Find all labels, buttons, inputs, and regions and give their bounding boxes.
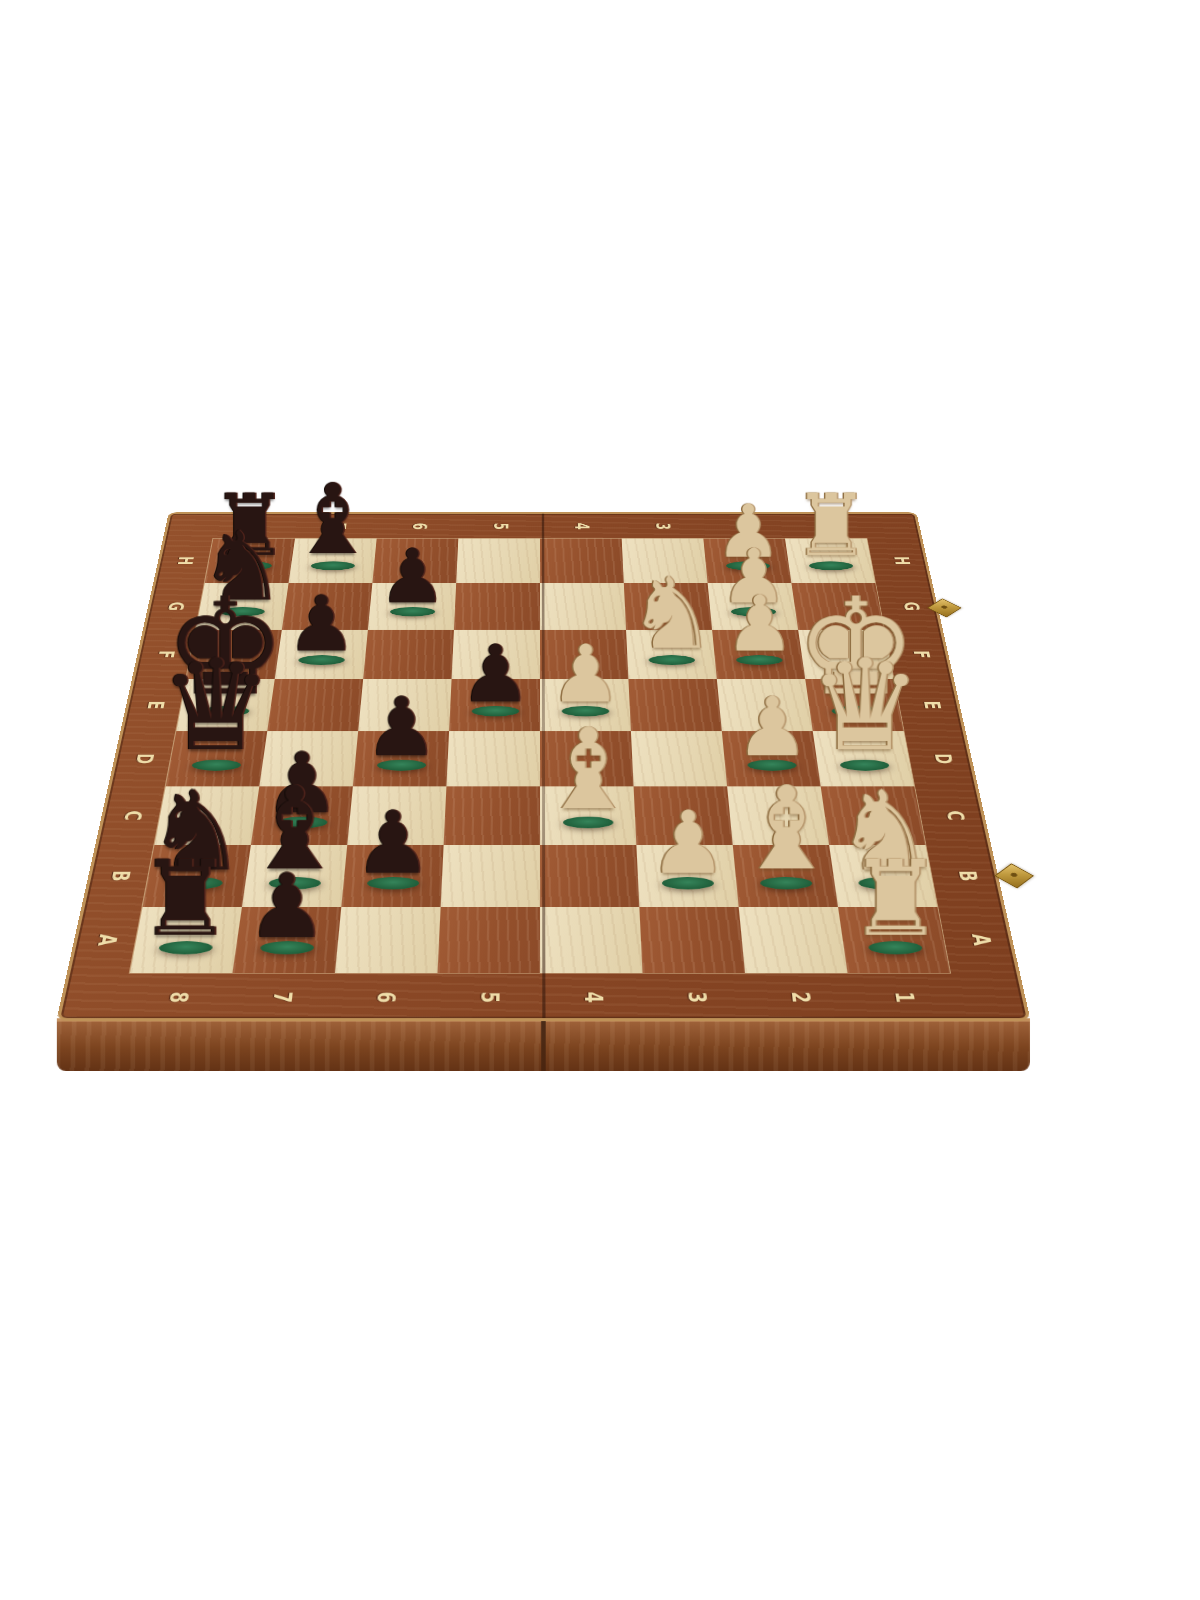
- file-label-right-E: E: [920, 701, 942, 709]
- white-rook-glyph: ♜: [848, 847, 942, 952]
- file-label-left-H: H: [174, 556, 195, 565]
- rank-label-front-3: 3: [683, 992, 708, 1003]
- square-g5: [454, 583, 540, 630]
- square-h5: [456, 539, 540, 583]
- square-h2: [703, 539, 791, 583]
- square-a5: [437, 907, 540, 973]
- square-f6: [363, 630, 454, 679]
- rank-label-front-5: 5: [476, 992, 500, 1003]
- square-d5: [446, 731, 540, 786]
- square-a2: [739, 907, 848, 973]
- file-label-right-H: H: [890, 556, 911, 565]
- square-g6: [368, 583, 456, 630]
- square-g1: [791, 583, 884, 630]
- square-f4: [540, 630, 628, 679]
- square-b5: [441, 845, 540, 907]
- rank-label-back-3: 3: [652, 523, 671, 530]
- square-e3: [628, 679, 721, 731]
- square-a3: [639, 907, 745, 973]
- board-front-edge: [57, 1018, 1030, 1071]
- square-h4: [540, 539, 624, 583]
- product-photo-canvas: HHGGFFEEDDCCBBAA8877665544332211♜♝♟♜♞♟♟♟…: [0, 0, 1200, 1600]
- rank-label-front-1: 1: [890, 992, 916, 1003]
- white-bishop-glyph: ♝: [538, 715, 638, 826]
- square-h6: [372, 539, 458, 583]
- black-pawn-glyph: ♟: [246, 862, 326, 951]
- square-c5: [444, 786, 540, 844]
- file-label-right-B: B: [954, 870, 979, 881]
- black-queen-glyph: ♛: [159, 642, 272, 768]
- square-h7: [289, 539, 377, 583]
- square-g3: [624, 583, 712, 630]
- square-e7: [267, 679, 363, 731]
- square-g4: [540, 583, 626, 630]
- file-label-left-C: C: [120, 810, 144, 820]
- rank-label-front-8: 8: [164, 992, 190, 1003]
- square-a6: [335, 907, 441, 973]
- perspective-wrapper: HHGGFFEEDDCCBBAA8877665544332211♜♝♟♜♞♟♟♟…: [0, 0, 1200, 1600]
- white-pawn-glyph: ♟: [735, 687, 808, 768]
- square-h3: [622, 539, 708, 583]
- white-queen-glyph: ♛: [808, 642, 921, 768]
- square-f7: [275, 630, 368, 679]
- square-h1: [785, 539, 875, 583]
- file-label-left-A: A: [94, 934, 120, 946]
- file-label-left-D: D: [132, 753, 155, 764]
- file-label-left-B: B: [107, 870, 132, 881]
- square-g7: [282, 583, 373, 630]
- square-g2: [708, 583, 799, 630]
- square-b4: [540, 845, 639, 907]
- rank-label-front-4: 4: [580, 992, 604, 1003]
- square-f5: [452, 630, 540, 679]
- square-e5: [449, 679, 540, 731]
- square-a4: [540, 907, 643, 973]
- square-h8: [205, 539, 295, 583]
- file-label-right-C: C: [942, 810, 966, 820]
- rank-label-back-4: 4: [571, 523, 590, 530]
- black-rook-glyph: ♜: [138, 847, 232, 952]
- white-bishop-glyph: ♝: [735, 772, 838, 887]
- file-label-right-A: A: [967, 934, 993, 946]
- file-label-right-D: D: [931, 753, 954, 764]
- square-d3: [631, 731, 727, 786]
- rank-label-front-7: 7: [268, 992, 293, 1003]
- white-pawn-glyph: ♟: [649, 800, 727, 886]
- rank-label-front-2: 2: [787, 992, 812, 1003]
- rank-label-back-5: 5: [490, 523, 509, 530]
- black-pawn-glyph: ♟: [354, 800, 432, 886]
- brass-clasp-lower: [994, 863, 1034, 888]
- square-f2: [712, 630, 805, 679]
- square-g8: [196, 583, 289, 630]
- brass-clasp-upper: [927, 598, 961, 617]
- rank-label-front-6: 6: [372, 992, 397, 1003]
- rank-label-back-6: 6: [409, 523, 428, 530]
- black-pawn-glyph: ♟: [364, 687, 437, 768]
- square-f3: [626, 630, 717, 679]
- chess-board: HHGGFFEEDDCCBBAA8877665544332211♜♝♟♜♞♟♟♟…: [56, 512, 1030, 1020]
